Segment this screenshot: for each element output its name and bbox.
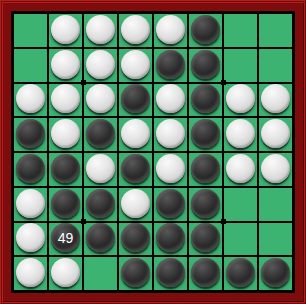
cell-d4[interactable]	[119, 118, 152, 151]
cell-d1[interactable]	[119, 14, 152, 47]
cell-f8[interactable]	[189, 257, 222, 290]
black-disc	[16, 154, 45, 183]
othello-board-frame: 49	[0, 0, 306, 304]
cell-e3[interactable]	[154, 84, 187, 117]
white-disc	[156, 119, 185, 148]
white-disc	[261, 154, 290, 183]
star-point-dot	[81, 80, 86, 85]
cell-b3[interactable]	[49, 84, 82, 117]
black-disc	[156, 223, 185, 252]
white-disc	[156, 154, 185, 183]
black-disc	[86, 223, 115, 252]
black-disc	[156, 189, 185, 218]
white-disc	[261, 119, 290, 148]
white-disc	[226, 119, 255, 148]
black-disc	[191, 84, 220, 113]
cell-g1[interactable]	[224, 14, 257, 47]
cell-e7[interactable]	[154, 223, 187, 256]
cell-d5[interactable]	[119, 153, 152, 186]
cell-c2[interactable]	[84, 49, 117, 82]
white-disc	[51, 119, 80, 148]
black-disc	[191, 50, 220, 79]
black-disc	[191, 258, 220, 287]
white-disc	[226, 154, 255, 183]
cell-a1[interactable]	[14, 14, 47, 47]
cell-c1[interactable]	[84, 14, 117, 47]
white-disc	[86, 50, 115, 79]
white-disc	[156, 84, 185, 113]
white-disc	[51, 258, 80, 287]
cell-g8[interactable]	[224, 257, 257, 290]
cell-e8[interactable]	[154, 257, 187, 290]
black-disc	[86, 189, 115, 218]
black-disc	[156, 258, 185, 287]
black-disc	[191, 154, 220, 183]
cell-a7[interactable]	[14, 223, 47, 256]
white-disc	[16, 258, 45, 287]
cell-e4[interactable]	[154, 118, 187, 151]
cell-d7[interactable]	[119, 223, 152, 256]
cell-a3[interactable]	[14, 84, 47, 117]
cell-g5[interactable]	[224, 153, 257, 186]
cell-b8[interactable]	[49, 257, 82, 290]
cell-b7[interactable]: 49	[49, 223, 82, 256]
cell-h5[interactable]	[259, 153, 292, 186]
white-disc	[121, 50, 150, 79]
cell-e5[interactable]	[154, 153, 187, 186]
cell-a2[interactable]	[14, 49, 47, 82]
cell-f6[interactable]	[189, 188, 222, 221]
cell-e2[interactable]	[154, 49, 187, 82]
cell-h3[interactable]	[259, 84, 292, 117]
black-disc	[16, 119, 45, 148]
white-disc	[121, 15, 150, 44]
black-disc	[51, 154, 80, 183]
black-disc	[191, 189, 220, 218]
cell-e1[interactable]	[154, 14, 187, 47]
cell-f2[interactable]	[189, 49, 222, 82]
cell-a8[interactable]	[14, 257, 47, 290]
white-disc	[51, 15, 80, 44]
star-point-dot	[221, 80, 226, 85]
cell-b2[interactable]	[49, 49, 82, 82]
white-disc	[51, 84, 80, 113]
cell-c6[interactable]	[84, 188, 117, 221]
cell-h2[interactable]	[259, 49, 292, 82]
black-disc: 49	[51, 223, 80, 252]
cell-f3[interactable]	[189, 84, 222, 117]
cell-b6[interactable]	[49, 188, 82, 221]
black-disc	[156, 50, 185, 79]
cell-e6[interactable]	[154, 188, 187, 221]
white-disc	[16, 189, 45, 218]
black-disc	[191, 223, 220, 252]
cell-h6[interactable]	[259, 188, 292, 221]
cell-d6[interactable]	[119, 188, 152, 221]
star-point-dot	[221, 219, 226, 224]
cell-a6[interactable]	[14, 188, 47, 221]
white-disc	[86, 84, 115, 113]
cell-h1[interactable]	[259, 14, 292, 47]
white-disc	[226, 84, 255, 113]
black-disc	[191, 15, 220, 44]
move-number-label: 49	[58, 231, 74, 245]
cell-g2[interactable]	[224, 49, 257, 82]
white-disc	[16, 223, 45, 252]
cell-c7[interactable]	[84, 223, 117, 256]
cell-c8[interactable]	[84, 257, 117, 290]
board-inner-frame: 49	[11, 11, 295, 293]
cell-h7[interactable]	[259, 223, 292, 256]
black-disc	[86, 119, 115, 148]
black-disc	[51, 189, 80, 218]
white-disc	[86, 154, 115, 183]
white-disc	[261, 84, 290, 113]
white-disc	[16, 84, 45, 113]
cell-d2[interactable]	[119, 49, 152, 82]
black-disc	[261, 258, 290, 287]
cell-b1[interactable]	[49, 14, 82, 47]
cell-f5[interactable]	[189, 153, 222, 186]
black-disc	[121, 223, 150, 252]
white-disc	[156, 15, 185, 44]
black-disc	[226, 258, 255, 287]
cell-c5[interactable]	[84, 153, 117, 186]
black-disc	[121, 258, 150, 287]
black-disc	[121, 154, 150, 183]
black-disc	[191, 119, 220, 148]
cell-f4[interactable]	[189, 118, 222, 151]
cell-d3[interactable]	[119, 84, 152, 117]
cell-c4[interactable]	[84, 118, 117, 151]
cell-h4[interactable]	[259, 118, 292, 151]
cell-d8[interactable]	[119, 257, 152, 290]
cell-b4[interactable]	[49, 118, 82, 151]
cell-f7[interactable]	[189, 223, 222, 256]
white-disc	[86, 15, 115, 44]
cell-f1[interactable]	[189, 14, 222, 47]
white-disc	[121, 189, 150, 218]
black-disc	[121, 84, 150, 113]
white-disc	[121, 119, 150, 148]
cell-g6[interactable]	[224, 188, 257, 221]
cell-a5[interactable]	[14, 153, 47, 186]
cell-g4[interactable]	[224, 118, 257, 151]
othello-board: 49	[14, 14, 292, 290]
cell-g3[interactable]	[224, 84, 257, 117]
cell-g7[interactable]	[224, 223, 257, 256]
cell-a4[interactable]	[14, 118, 47, 151]
cell-c3[interactable]	[84, 84, 117, 117]
star-point-dot	[81, 219, 86, 224]
white-disc	[51, 50, 80, 79]
cell-h8[interactable]	[259, 257, 292, 290]
cell-b5[interactable]	[49, 153, 82, 186]
